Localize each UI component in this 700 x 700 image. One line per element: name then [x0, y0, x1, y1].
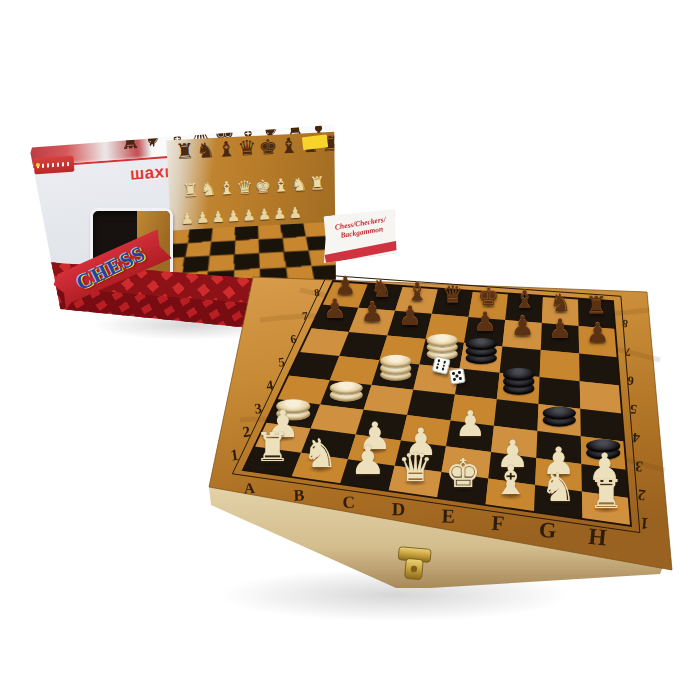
file-label-b: B — [293, 486, 305, 504]
square-d5 — [413, 364, 459, 394]
square-c6 — [379, 336, 425, 365]
square-c5 — [372, 360, 420, 390]
square-e7 — [464, 317, 505, 347]
square-h4 — [580, 409, 624, 442]
square-g4 — [537, 404, 580, 436]
square-f5 — [497, 373, 540, 404]
file-label-f: F — [491, 511, 505, 536]
square-c4 — [364, 385, 414, 415]
wooden-chess-board: ABCDEFGH8765432187654321 — [0, 0, 700, 700]
file-label-e: E — [441, 504, 455, 526]
file-label-d: D — [392, 498, 406, 519]
square-g8 — [542, 296, 579, 326]
square-h8 — [578, 299, 615, 330]
square-d6 — [419, 339, 464, 369]
file-label-h: H — [587, 523, 608, 551]
square-f7 — [502, 320, 542, 350]
file-label-c: C — [342, 492, 355, 512]
square-e8 — [469, 291, 509, 320]
square-h6 — [579, 354, 620, 386]
square-g7 — [541, 323, 579, 354]
square-c7 — [387, 311, 432, 339]
square-d8 — [432, 289, 473, 317]
square-f6 — [500, 346, 541, 377]
file-label-g: G — [538, 517, 557, 543]
square-d7 — [426, 314, 469, 343]
square-e6 — [460, 343, 503, 373]
square-h7 — [579, 326, 618, 357]
square-g5 — [539, 377, 581, 409]
square-h5 — [580, 381, 622, 413]
product-photo: ♜♞♝♛♚♝♞♜♟ шахматы ♜♞♝♛♚♝♞♜ ♜♞♝♛♚♝♞♜ ♟♟♟♟… — [0, 0, 700, 700]
square-g6 — [540, 350, 580, 381]
square-f4 — [494, 399, 539, 431]
square-d4 — [407, 390, 455, 421]
square-e4 — [451, 395, 497, 426]
square-f8 — [505, 294, 543, 324]
file-label-a: A — [244, 480, 256, 497]
square-e5 — [455, 369, 500, 400]
